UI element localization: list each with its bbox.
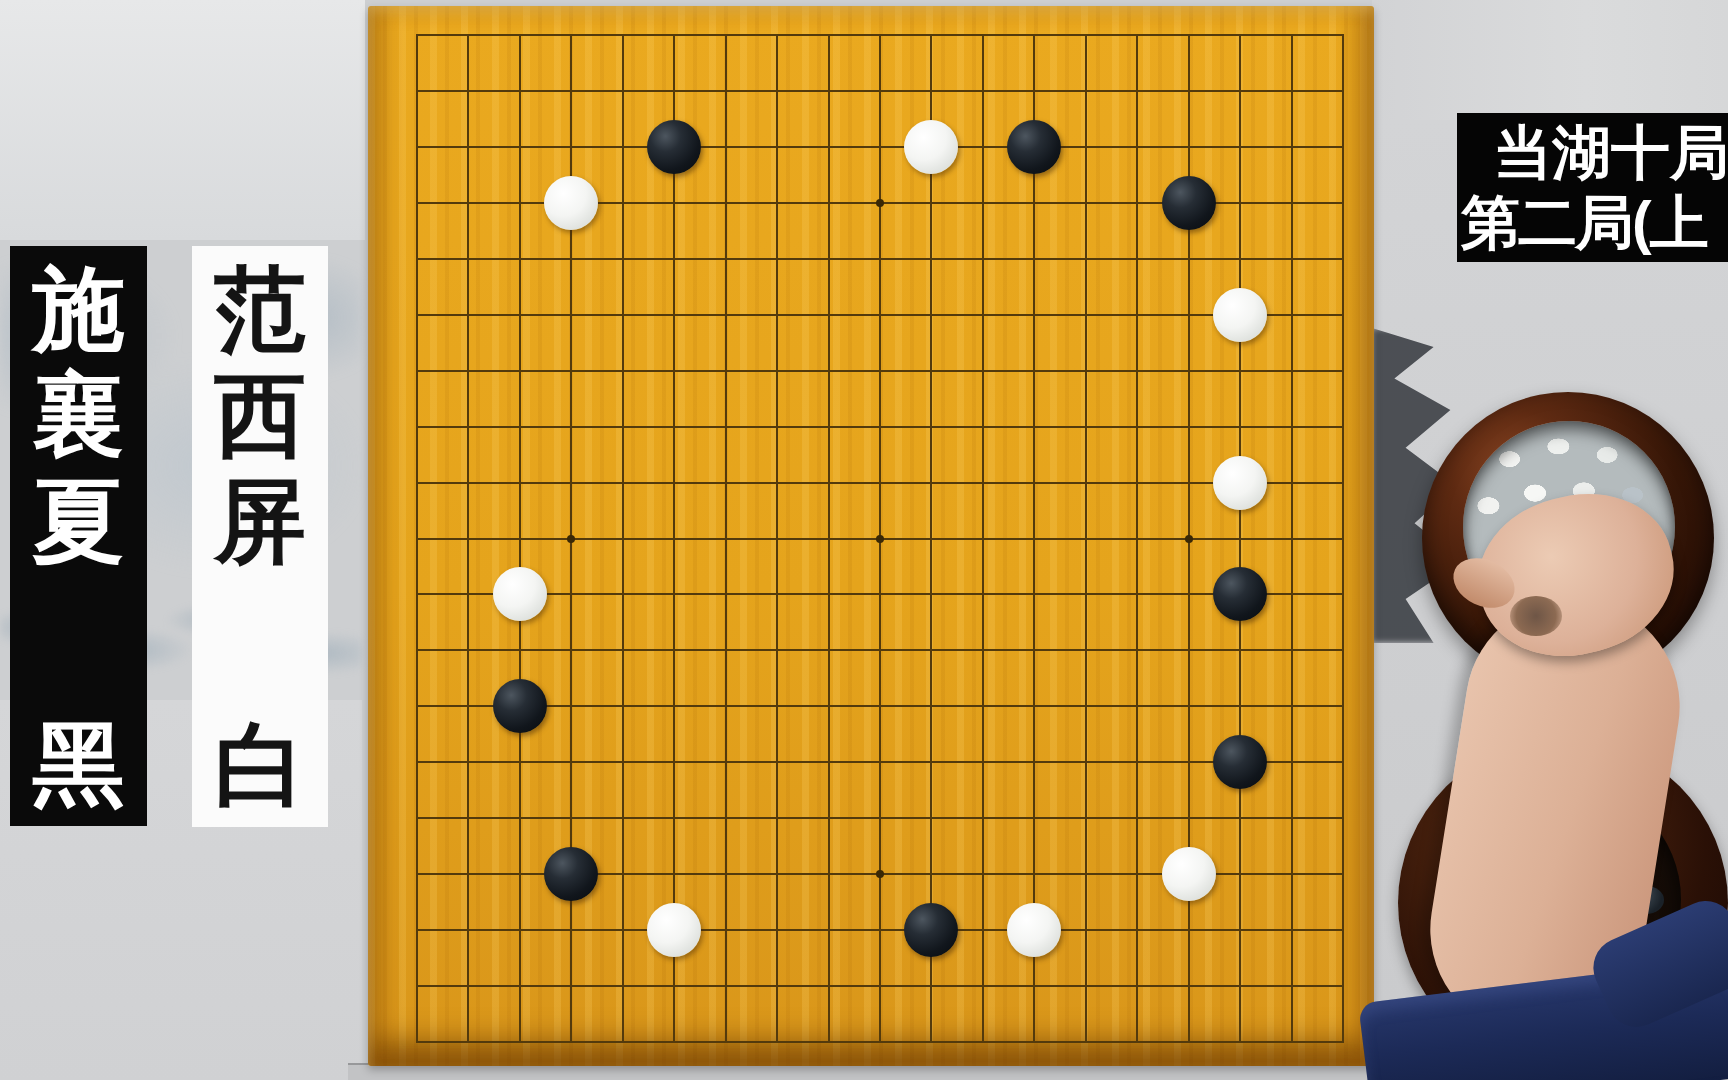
- white-player-name: 范西屏: [214, 256, 306, 574]
- white-player-plate: 范西屏 白: [192, 246, 328, 827]
- table-surface: [0, 0, 365, 240]
- title-caption: 当湖十局 第二局(上: [1457, 113, 1728, 262]
- title-line-1: 当湖十局: [1493, 118, 1728, 188]
- table-surface: [1372, 0, 1728, 120]
- video-frame: { "game": "go", "board": { "size": 19, "…: [0, 0, 1728, 1080]
- black-player-name: 施襄夏: [33, 256, 125, 574]
- title-line-2: 第二局(上: [1461, 188, 1728, 258]
- finger-shadow: [1510, 596, 1562, 636]
- black-player-plate: 施襄夏 黑: [10, 246, 147, 826]
- black-color-label: 黑: [33, 714, 125, 814]
- white-color-label: 白: [214, 715, 306, 815]
- go-board[interactable]: [368, 6, 1374, 1066]
